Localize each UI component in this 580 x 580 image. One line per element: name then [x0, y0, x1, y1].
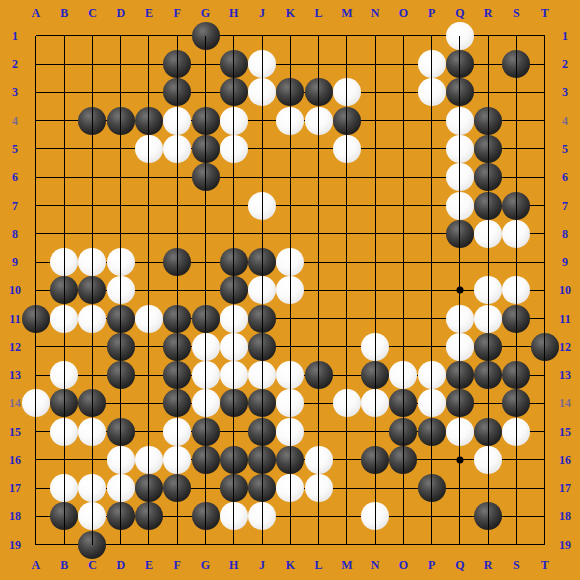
board-intersection[interactable] — [304, 418, 332, 446]
board-intersection[interactable] — [50, 333, 78, 361]
board-intersection[interactable] — [446, 418, 474, 446]
board-intersection[interactable] — [22, 502, 50, 530]
board-intersection[interactable] — [418, 389, 446, 417]
board-intersection[interactable] — [446, 474, 474, 502]
board-intersection[interactable] — [220, 276, 248, 304]
board-intersection[interactable] — [220, 446, 248, 474]
board-intersection[interactable] — [333, 474, 361, 502]
board-intersection[interactable] — [502, 333, 530, 361]
board-intersection[interactable] — [22, 333, 50, 361]
board-intersection[interactable] — [446, 446, 474, 474]
board-intersection[interactable] — [22, 135, 50, 163]
board-intersection[interactable] — [474, 333, 502, 361]
board-intersection[interactable] — [333, 502, 361, 530]
board-intersection[interactable] — [304, 248, 332, 276]
board-intersection[interactable] — [248, 446, 276, 474]
board-intersection[interactable] — [220, 22, 248, 50]
board-intersection[interactable] — [389, 248, 417, 276]
board-intersection[interactable] — [304, 163, 332, 191]
board-intersection[interactable] — [107, 220, 135, 248]
board-intersection[interactable] — [248, 78, 276, 106]
board-intersection[interactable] — [50, 248, 78, 276]
board-intersection[interactable] — [50, 163, 78, 191]
board-intersection[interactable] — [50, 135, 78, 163]
board-intersection[interactable] — [135, 107, 163, 135]
board-intersection[interactable] — [502, 78, 530, 106]
board-intersection[interactable] — [248, 22, 276, 50]
board-intersection[interactable] — [418, 361, 446, 389]
board-intersection[interactable] — [107, 333, 135, 361]
board-intersection[interactable] — [502, 304, 530, 332]
board-intersection[interactable] — [418, 78, 446, 106]
board-intersection[interactable] — [248, 531, 276, 559]
board-intersection[interactable] — [276, 276, 304, 304]
board-intersection[interactable] — [418, 531, 446, 559]
board-intersection[interactable] — [191, 248, 219, 276]
board-intersection[interactable] — [163, 418, 191, 446]
board-intersection[interactable] — [474, 474, 502, 502]
board-intersection[interactable] — [135, 135, 163, 163]
board-intersection[interactable] — [446, 163, 474, 191]
board-intersection[interactable] — [220, 191, 248, 219]
board-intersection[interactable] — [50, 531, 78, 559]
board-intersection[interactable] — [446, 389, 474, 417]
board-intersection[interactable] — [418, 248, 446, 276]
board-intersection[interactable] — [78, 191, 106, 219]
board-intersection[interactable] — [361, 220, 389, 248]
board-intersection[interactable] — [248, 135, 276, 163]
board-intersection[interactable] — [531, 191, 559, 219]
board-intersection[interactable] — [191, 107, 219, 135]
board-intersection[interactable] — [78, 474, 106, 502]
board-intersection[interactable] — [50, 446, 78, 474]
board-intersection[interactable] — [446, 78, 474, 106]
board-intersection[interactable] — [220, 78, 248, 106]
board-intersection[interactable] — [446, 361, 474, 389]
board-intersection[interactable] — [531, 50, 559, 78]
board-intersection[interactable] — [220, 248, 248, 276]
board-intersection[interactable] — [531, 304, 559, 332]
board-intersection[interactable] — [418, 50, 446, 78]
board-intersection[interactable] — [446, 22, 474, 50]
board-intersection[interactable] — [502, 531, 530, 559]
board-intersection[interactable] — [502, 474, 530, 502]
board-intersection[interactable] — [22, 22, 50, 50]
board-intersection[interactable] — [446, 333, 474, 361]
board-intersection[interactable] — [248, 248, 276, 276]
board-intersection[interactable] — [502, 22, 530, 50]
board-intersection[interactable] — [220, 333, 248, 361]
board-intersection[interactable] — [389, 191, 417, 219]
board-intersection[interactable] — [135, 304, 163, 332]
board-intersection[interactable] — [531, 333, 559, 361]
board-intersection[interactable] — [474, 502, 502, 530]
board-intersection[interactable] — [78, 78, 106, 106]
board-intersection[interactable] — [135, 418, 163, 446]
board-intersection[interactable] — [474, 191, 502, 219]
board-intersection[interactable] — [446, 50, 474, 78]
board-intersection[interactable] — [107, 163, 135, 191]
board-intersection[interactable] — [191, 446, 219, 474]
board-intersection[interactable] — [276, 531, 304, 559]
board-intersection[interactable] — [107, 276, 135, 304]
board-intersection[interactable] — [531, 446, 559, 474]
board-intersection[interactable] — [389, 135, 417, 163]
board-intersection[interactable] — [418, 502, 446, 530]
board-intersection[interactable] — [22, 163, 50, 191]
board-intersection[interactable] — [22, 446, 50, 474]
board-intersection[interactable] — [389, 220, 417, 248]
board-intersection[interactable] — [418, 163, 446, 191]
board-intersection[interactable] — [304, 276, 332, 304]
board-intersection[interactable] — [22, 474, 50, 502]
board-intersection[interactable] — [333, 418, 361, 446]
board-intersection[interactable] — [531, 163, 559, 191]
board-intersection[interactable] — [22, 276, 50, 304]
board-intersection[interactable] — [276, 22, 304, 50]
board-intersection[interactable] — [304, 107, 332, 135]
board-intersection[interactable] — [107, 50, 135, 78]
board-intersection[interactable] — [304, 446, 332, 474]
board-intersection[interactable] — [418, 220, 446, 248]
board-intersection[interactable] — [389, 389, 417, 417]
board-intersection[interactable] — [333, 389, 361, 417]
board-intersection[interactable] — [220, 107, 248, 135]
board-intersection[interactable] — [333, 220, 361, 248]
board-intersection[interactable] — [22, 418, 50, 446]
board-intersection[interactable] — [163, 361, 191, 389]
board-intersection[interactable] — [304, 135, 332, 163]
board-intersection[interactable] — [333, 22, 361, 50]
board-intersection[interactable] — [163, 304, 191, 332]
board-intersection[interactable] — [220, 163, 248, 191]
board-intersection[interactable] — [248, 474, 276, 502]
board-intersection[interactable] — [361, 502, 389, 530]
board-intersection[interactable] — [531, 474, 559, 502]
board-intersection[interactable] — [361, 248, 389, 276]
board-intersection[interactable] — [361, 107, 389, 135]
board-intersection[interactable] — [474, 389, 502, 417]
board-intersection[interactable] — [220, 304, 248, 332]
board-intersection[interactable] — [191, 220, 219, 248]
board-intersection[interactable] — [107, 304, 135, 332]
board-intersection[interactable] — [333, 78, 361, 106]
board-intersection[interactable] — [446, 191, 474, 219]
board-intersection[interactable] — [474, 446, 502, 474]
board-intersection[interactable] — [502, 276, 530, 304]
board-intersection[interactable] — [220, 418, 248, 446]
board-intersection[interactable] — [333, 163, 361, 191]
board-intersection[interactable] — [191, 22, 219, 50]
board-intersection[interactable] — [276, 78, 304, 106]
board-intersection[interactable] — [78, 135, 106, 163]
board-intersection[interactable] — [361, 474, 389, 502]
board-intersection[interactable] — [191, 389, 219, 417]
board-intersection[interactable] — [276, 248, 304, 276]
board-intersection[interactable] — [276, 163, 304, 191]
board-intersection[interactable] — [418, 22, 446, 50]
board-intersection[interactable] — [135, 78, 163, 106]
board-intersection[interactable] — [107, 78, 135, 106]
board-intersection[interactable] — [333, 333, 361, 361]
board-intersection[interactable] — [531, 389, 559, 417]
board-intersection[interactable] — [333, 135, 361, 163]
board-intersection[interactable] — [361, 191, 389, 219]
board-intersection[interactable] — [304, 389, 332, 417]
board-intersection[interactable] — [220, 502, 248, 530]
board-intersection[interactable] — [78, 276, 106, 304]
board-intersection[interactable] — [474, 135, 502, 163]
board-intersection[interactable] — [107, 107, 135, 135]
board-intersection[interactable] — [50, 220, 78, 248]
board-intersection[interactable] — [191, 333, 219, 361]
board-intersection[interactable] — [502, 361, 530, 389]
board-intersection[interactable] — [502, 107, 530, 135]
board-intersection[interactable] — [22, 389, 50, 417]
board-intersection[interactable] — [389, 446, 417, 474]
board-intersection[interactable] — [474, 22, 502, 50]
board-intersection[interactable] — [502, 135, 530, 163]
board-intersection[interactable] — [361, 50, 389, 78]
board-intersection[interactable] — [418, 333, 446, 361]
board-intersection[interactable] — [107, 474, 135, 502]
board-intersection[interactable] — [163, 107, 191, 135]
board-intersection[interactable] — [474, 531, 502, 559]
board-intersection[interactable] — [248, 333, 276, 361]
board-intersection[interactable] — [361, 276, 389, 304]
board-intersection[interactable] — [531, 22, 559, 50]
board-intersection[interactable] — [502, 446, 530, 474]
board-intersection[interactable] — [333, 361, 361, 389]
board-intersection[interactable] — [191, 276, 219, 304]
board-intersection[interactable] — [531, 418, 559, 446]
board-intersection[interactable] — [78, 389, 106, 417]
board-intersection[interactable] — [474, 107, 502, 135]
board-intersection[interactable] — [248, 191, 276, 219]
board-intersection[interactable] — [304, 502, 332, 530]
board-intersection[interactable] — [135, 163, 163, 191]
board-intersection[interactable] — [78, 163, 106, 191]
board-intersection[interactable] — [191, 418, 219, 446]
board-intersection[interactable] — [220, 361, 248, 389]
board-intersection[interactable] — [531, 107, 559, 135]
board-intersection[interactable] — [502, 50, 530, 78]
board-intersection[interactable] — [502, 502, 530, 530]
board-intersection[interactable] — [389, 418, 417, 446]
board-intersection[interactable] — [22, 361, 50, 389]
board-intersection[interactable] — [276, 107, 304, 135]
board-intersection[interactable] — [191, 163, 219, 191]
board-intersection[interactable] — [502, 418, 530, 446]
board-intersection[interactable] — [276, 389, 304, 417]
board-intersection[interactable] — [22, 220, 50, 248]
board-intersection[interactable] — [446, 304, 474, 332]
board-intersection[interactable] — [276, 333, 304, 361]
board-intersection[interactable] — [474, 361, 502, 389]
board-intersection[interactable] — [389, 474, 417, 502]
board-intersection[interactable] — [361, 531, 389, 559]
board-intersection[interactable] — [50, 191, 78, 219]
board-intersection[interactable] — [135, 191, 163, 219]
board-intersection[interactable] — [531, 502, 559, 530]
board-intersection[interactable] — [418, 304, 446, 332]
board-intersection[interactable] — [135, 361, 163, 389]
board-intersection[interactable] — [135, 220, 163, 248]
board-intersection[interactable] — [163, 78, 191, 106]
board-intersection[interactable] — [333, 276, 361, 304]
board-intersection[interactable] — [474, 220, 502, 248]
board-intersection[interactable] — [78, 418, 106, 446]
board-intersection[interactable] — [446, 220, 474, 248]
board-intersection[interactable] — [389, 531, 417, 559]
board-intersection[interactable] — [361, 361, 389, 389]
board-intersection[interactable] — [333, 531, 361, 559]
board-intersection[interactable] — [135, 531, 163, 559]
board-intersection[interactable] — [276, 135, 304, 163]
board-intersection[interactable] — [78, 361, 106, 389]
board-intersection[interactable] — [361, 389, 389, 417]
board-intersection[interactable] — [163, 276, 191, 304]
board-intersection[interactable] — [304, 220, 332, 248]
board-intersection[interactable] — [276, 361, 304, 389]
board-intersection[interactable] — [107, 191, 135, 219]
board-intersection[interactable] — [276, 50, 304, 78]
board-intersection[interactable] — [333, 304, 361, 332]
board-intersection[interactable] — [163, 333, 191, 361]
board-intersection[interactable] — [50, 502, 78, 530]
board-intersection[interactable] — [135, 22, 163, 50]
board-intersection[interactable] — [474, 50, 502, 78]
board-intersection[interactable] — [248, 163, 276, 191]
board-intersection[interactable] — [474, 248, 502, 276]
board-intersection[interactable] — [191, 50, 219, 78]
board-intersection[interactable] — [50, 78, 78, 106]
board-intersection[interactable] — [418, 135, 446, 163]
board-intersection[interactable] — [361, 304, 389, 332]
board-intersection[interactable] — [191, 304, 219, 332]
board-intersection[interactable] — [389, 50, 417, 78]
board-intersection[interactable] — [248, 304, 276, 332]
board-intersection[interactable] — [220, 531, 248, 559]
board-intersection[interactable] — [446, 135, 474, 163]
board-intersection[interactable] — [107, 531, 135, 559]
board-intersection[interactable] — [502, 191, 530, 219]
board-intersection[interactable] — [276, 446, 304, 474]
board-intersection[interactable] — [418, 474, 446, 502]
board-intersection[interactable] — [163, 389, 191, 417]
board-intersection[interactable] — [304, 361, 332, 389]
board-intersection[interactable] — [22, 248, 50, 276]
board-intersection[interactable] — [333, 50, 361, 78]
board-intersection[interactable] — [50, 304, 78, 332]
board-intersection[interactable] — [248, 276, 276, 304]
board-intersection[interactable] — [50, 361, 78, 389]
board-intersection[interactable] — [276, 502, 304, 530]
board-intersection[interactable] — [163, 50, 191, 78]
board-intersection[interactable] — [78, 107, 106, 135]
board-intersection[interactable] — [276, 474, 304, 502]
board-intersection[interactable] — [163, 446, 191, 474]
board-intersection[interactable] — [163, 191, 191, 219]
board-intersection[interactable] — [304, 333, 332, 361]
board-intersection[interactable] — [531, 78, 559, 106]
board-intersection[interactable] — [107, 135, 135, 163]
board-intersection[interactable] — [22, 304, 50, 332]
board-intersection[interactable] — [107, 389, 135, 417]
board-intersection[interactable] — [163, 531, 191, 559]
board-intersection[interactable] — [135, 502, 163, 530]
board-intersection[interactable] — [361, 78, 389, 106]
board-intersection[interactable] — [361, 333, 389, 361]
board-intersection[interactable] — [107, 502, 135, 530]
board-intersection[interactable] — [248, 389, 276, 417]
board-intersection[interactable] — [389, 276, 417, 304]
board-intersection[interactable] — [163, 248, 191, 276]
board-intersection[interactable] — [163, 22, 191, 50]
board-intersection[interactable] — [107, 361, 135, 389]
board-intersection[interactable] — [163, 502, 191, 530]
board-intersection[interactable] — [163, 163, 191, 191]
board-intersection[interactable] — [474, 78, 502, 106]
board-intersection[interactable] — [304, 191, 332, 219]
board-intersection[interactable] — [418, 446, 446, 474]
board-intersection[interactable] — [163, 135, 191, 163]
board-intersection[interactable] — [163, 220, 191, 248]
board-intersection[interactable] — [502, 248, 530, 276]
board-intersection[interactable] — [361, 418, 389, 446]
board-intersection[interactable] — [418, 107, 446, 135]
board-intersection[interactable] — [248, 107, 276, 135]
board-intersection[interactable] — [446, 531, 474, 559]
board-intersection[interactable] — [361, 22, 389, 50]
board-intersection[interactable] — [135, 248, 163, 276]
board-intersection[interactable] — [191, 191, 219, 219]
board-intersection[interactable] — [191, 531, 219, 559]
board-intersection[interactable] — [191, 135, 219, 163]
board-intersection[interactable] — [304, 22, 332, 50]
board-intersection[interactable] — [333, 248, 361, 276]
board-intersection[interactable] — [389, 78, 417, 106]
board-intersection[interactable] — [389, 304, 417, 332]
board-intersection[interactable] — [220, 389, 248, 417]
board-intersection[interactable] — [248, 418, 276, 446]
board-intersection[interactable] — [333, 107, 361, 135]
board-intersection[interactable] — [502, 163, 530, 191]
board-intersection[interactable] — [78, 248, 106, 276]
board-intersection[interactable] — [50, 418, 78, 446]
board-intersection[interactable] — [191, 361, 219, 389]
board-intersection[interactable] — [446, 107, 474, 135]
board-intersection[interactable] — [389, 361, 417, 389]
board-intersection[interactable] — [531, 248, 559, 276]
board-intersection[interactable] — [248, 50, 276, 78]
board-intersection[interactable] — [22, 531, 50, 559]
board-intersection[interactable] — [107, 446, 135, 474]
board-intersection[interactable] — [78, 304, 106, 332]
board-intersection[interactable] — [474, 276, 502, 304]
board-intersection[interactable] — [389, 502, 417, 530]
board-intersection[interactable] — [361, 163, 389, 191]
board-intersection[interactable] — [304, 304, 332, 332]
board-intersection[interactable] — [502, 220, 530, 248]
board-intersection[interactable] — [304, 531, 332, 559]
board-intersection[interactable] — [50, 22, 78, 50]
board-intersection[interactable] — [107, 248, 135, 276]
board-intersection[interactable] — [135, 333, 163, 361]
board-intersection[interactable] — [474, 163, 502, 191]
board-intersection[interactable] — [361, 446, 389, 474]
board-intersection[interactable] — [191, 502, 219, 530]
